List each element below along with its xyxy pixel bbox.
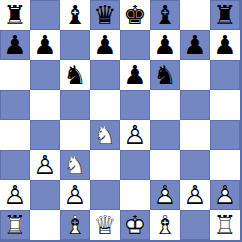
square-c4[interactable] [60,120,90,150]
square-h7[interactable]: ♟ [210,30,240,60]
square-a5[interactable] [0,90,30,120]
square-f5[interactable] [150,90,180,120]
square-b3[interactable]: ♟♙ [30,150,60,180]
square-a3[interactable] [0,150,30,180]
square-a1[interactable]: ♜♖ [0,210,30,240]
white-pawn-piece: ♟♙ [180,180,210,210]
square-a2[interactable]: ♟♙ [0,180,30,210]
square-a7[interactable]: ♟ [0,30,30,60]
square-h4[interactable] [210,120,240,150]
square-g2[interactable]: ♟♙ [180,180,210,210]
white-knight-piece: ♞♘ [60,150,90,180]
square-c5[interactable] [60,90,90,120]
square-g1[interactable] [180,210,210,240]
square-h3[interactable] [210,150,240,180]
black-pawn-piece: ♟ [180,30,210,60]
square-b5[interactable] [30,90,60,120]
white-pawn-piece: ♟♙ [0,180,30,210]
square-h5[interactable] [210,90,240,120]
white-bishop-piece: ♝♗ [60,210,90,240]
square-a4[interactable] [0,120,30,150]
square-f4[interactable] [150,120,180,150]
square-c7[interactable] [60,30,90,60]
square-b8[interactable] [30,0,60,30]
white-pawn-piece: ♟♙ [120,120,150,150]
white-king-piece: ♚♔ [120,210,150,240]
white-rook-piece: ♜♖ [0,210,30,240]
square-e4[interactable]: ♟♙ [120,120,150,150]
square-h6[interactable] [210,60,240,90]
square-d1[interactable]: ♛♕ [90,210,120,240]
black-pawn-piece: ♟ [210,30,240,60]
white-pawn-piece: ♟♙ [210,180,240,210]
black-pawn-piece: ♟ [90,30,120,60]
square-b7[interactable]: ♟ [30,30,60,60]
square-f6[interactable]: ♞ [150,60,180,90]
black-knight-piece: ♞ [60,60,90,90]
black-king-piece: ♚ [120,0,150,30]
square-g5[interactable] [180,90,210,120]
black-queen-piece: ♛ [90,0,120,30]
square-h2[interactable]: ♟♙ [210,180,240,210]
square-e3[interactable] [120,150,150,180]
square-g7[interactable]: ♟ [180,30,210,60]
square-h1[interactable]: ♜♖ [210,210,240,240]
square-b4[interactable] [30,120,60,150]
square-g6[interactable] [180,60,210,90]
black-bishop-piece: ♝ [150,0,180,30]
square-g4[interactable] [180,120,210,150]
white-rook-piece: ♜♖ [210,210,240,240]
square-a8[interactable]: ♜ [0,0,30,30]
chess-board: ♜♝♛♚♝♜♟♟♟♟♟♟♞♟♞♞♘♟♙♟♙♞♘♟♙♟♙♟♙♟♙♟♙♜♖♝♗♛♕♚… [0,0,242,242]
black-bishop-piece: ♝ [60,0,90,30]
square-d8[interactable]: ♛ [90,0,120,30]
white-knight-piece: ♞♘ [90,120,120,150]
square-f1[interactable]: ♝♗ [150,210,180,240]
square-e1[interactable]: ♚♔ [120,210,150,240]
square-c8[interactable]: ♝ [60,0,90,30]
square-b1[interactable] [30,210,60,240]
square-b6[interactable] [30,60,60,90]
square-c2[interactable]: ♟♙ [60,180,90,210]
square-e7[interactable] [120,30,150,60]
square-e6[interactable]: ♟ [120,60,150,90]
square-c1[interactable]: ♝♗ [60,210,90,240]
square-g8[interactable] [180,0,210,30]
black-knight-piece: ♞ [150,60,180,90]
square-g3[interactable] [180,150,210,180]
square-d7[interactable]: ♟ [90,30,120,60]
white-pawn-piece: ♟♙ [60,180,90,210]
square-c3[interactable]: ♞♘ [60,150,90,180]
square-e5[interactable] [120,90,150,120]
square-c6[interactable]: ♞ [60,60,90,90]
square-f2[interactable]: ♟♙ [150,180,180,210]
square-d5[interactable] [90,90,120,120]
square-d3[interactable] [90,150,120,180]
square-d6[interactable] [90,60,120,90]
square-e8[interactable]: ♚ [120,0,150,30]
white-bishop-piece: ♝♗ [150,210,180,240]
black-pawn-piece: ♟ [30,30,60,60]
black-pawn-piece: ♟ [0,30,30,60]
square-f3[interactable] [150,150,180,180]
square-d4[interactable]: ♞♘ [90,120,120,150]
square-h8[interactable]: ♜ [210,0,240,30]
square-e2[interactable] [120,180,150,210]
black-pawn-piece: ♟ [150,30,180,60]
square-f7[interactable]: ♟ [150,30,180,60]
white-pawn-piece: ♟♙ [150,180,180,210]
square-b2[interactable] [30,180,60,210]
black-rook-piece: ♜ [210,0,240,30]
square-a6[interactable] [0,60,30,90]
white-pawn-piece: ♟♙ [30,150,60,180]
white-queen-piece: ♛♕ [90,210,120,240]
square-d2[interactable] [90,180,120,210]
square-f8[interactable]: ♝ [150,0,180,30]
black-rook-piece: ♜ [0,0,30,30]
black-pawn-piece: ♟ [120,60,150,90]
